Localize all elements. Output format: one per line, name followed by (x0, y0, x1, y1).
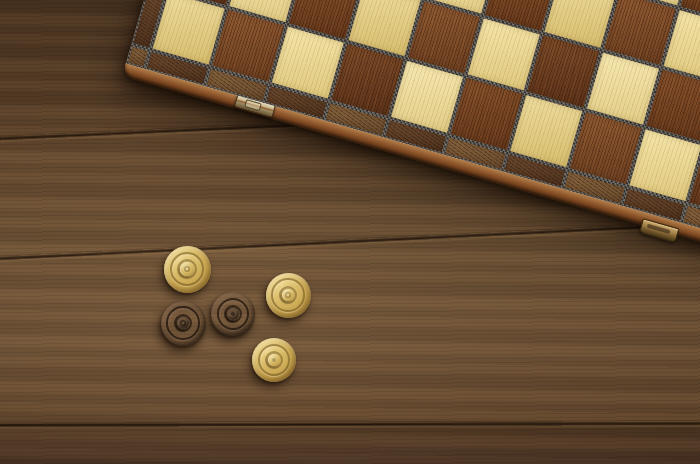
board-cell (510, 95, 582, 167)
piece-center-dot (272, 358, 277, 363)
checker-piece-light[interactable] (266, 273, 311, 318)
board-cell (451, 78, 523, 150)
piece-center-dot (180, 320, 185, 325)
piece-center-dot (231, 312, 236, 317)
board-cell (408, 1, 480, 73)
piece-center-dot (184, 266, 189, 271)
board-cell (332, 44, 404, 116)
checker-piece-dark[interactable] (161, 301, 206, 346)
checker-piece-light[interactable] (252, 338, 296, 382)
board-cell (570, 112, 642, 184)
scene (0, 0, 700, 464)
board-cell (468, 19, 540, 91)
board-cell (527, 36, 599, 108)
board-cell (128, 47, 148, 67)
checker-piece-dark[interactable] (211, 292, 255, 336)
board-cell (630, 129, 700, 201)
piece-center-dot (285, 292, 290, 297)
checker-piece-light[interactable] (164, 246, 211, 293)
board-cell (391, 61, 463, 133)
board-cell (272, 27, 344, 99)
piece-dome (180, 262, 193, 275)
board-cell (587, 53, 659, 125)
board-cell (212, 10, 284, 82)
